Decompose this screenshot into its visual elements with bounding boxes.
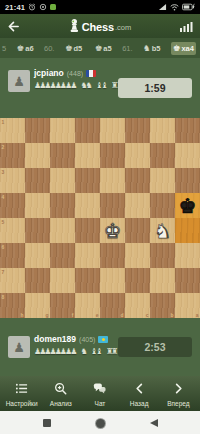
toolbar-label: Назад <box>130 400 149 407</box>
piece-white-knight: ♞ <box>150 218 175 243</box>
player-name-top: jcpiano <box>34 68 64 78</box>
player-card-top: ♟ jcpiano (448) ♟♟♟♟♟♟♟♟♞♞♝♝♜♜♛+3 1:59 <box>0 58 200 118</box>
country-flag-bottom <box>98 336 108 343</box>
square-b8[interactable]: b <box>150 293 175 318</box>
square-g6[interactable] <box>25 243 50 268</box>
square-f6[interactable] <box>50 243 75 268</box>
square-d1[interactable] <box>100 118 125 143</box>
rank-label: 1 <box>2 119 5 125</box>
square-a2[interactable] <box>175 143 200 168</box>
square-g5[interactable] <box>25 218 50 243</box>
square-e3[interactable] <box>75 168 100 193</box>
square-e8[interactable]: e <box>75 293 100 318</box>
square-c5[interactable] <box>125 218 150 243</box>
pawn-logo-icon <box>69 19 80 34</box>
square-e1[interactable] <box>75 118 100 143</box>
player-rating-bottom: (405) <box>79 336 95 343</box>
game-toolbar: НастройкиАнализЧатНазадВперед <box>0 376 200 411</box>
square-d3[interactable] <box>100 168 125 193</box>
avatar-pawn-icon: ♟ <box>13 341 25 354</box>
move-piece-icon: ♚ <box>17 43 25 53</box>
toolbar-label: Вперед <box>167 400 189 407</box>
square-h2[interactable]: 2 <box>0 143 25 168</box>
square-a7[interactable] <box>175 268 200 293</box>
square-e5[interactable] <box>75 218 100 243</box>
square-d7[interactable] <box>100 268 125 293</box>
player-rating-top: (448) <box>67 70 83 77</box>
forward-icon <box>172 381 185 399</box>
recents-button[interactable] <box>43 419 51 427</box>
move-text: xa4 <box>181 44 194 53</box>
toolbar-item-settings[interactable]: Настройки <box>3 381 41 407</box>
player-card-bottom: ♟ domen189 (405) ♟♟♟♟♟♟♟♟♞♝♝♜♜♛ 2:53 <box>0 318 200 376</box>
square-f1[interactable] <box>50 118 75 143</box>
square-h6[interactable]: 6 <box>0 243 25 268</box>
square-b1[interactable] <box>150 118 175 143</box>
status-time: 21:41 <box>5 3 25 12</box>
move-piece-icon: ♚ <box>173 43 181 53</box>
square-b3[interactable] <box>150 168 175 193</box>
captured-group-p: ♟♟♟♟♟♟♟♟ <box>34 347 77 356</box>
captured-group-p: ♟♟♟♟♟♟♟♟ <box>34 81 77 90</box>
square-f2[interactable] <box>50 143 75 168</box>
wifi-icon <box>170 3 179 11</box>
square-b6[interactable] <box>150 243 175 268</box>
move-entry[interactable]: ♞b5 <box>141 42 162 55</box>
rank-label: 3 <box>2 169 5 175</box>
back-icon <box>133 381 146 399</box>
square-g1[interactable] <box>25 118 50 143</box>
move-piece-icon: ♚ <box>65 43 73 53</box>
chat-icon <box>93 381 106 399</box>
back-arrow-icon <box>7 20 20 33</box>
country-flag-top <box>86 70 96 77</box>
move-number: 61. <box>122 44 132 53</box>
chesscom-logo: Chess .com <box>69 19 131 34</box>
move-text: a6 <box>25 44 33 53</box>
square-f8[interactable]: f <box>50 293 75 318</box>
square-c6[interactable] <box>125 243 150 268</box>
square-h1[interactable]: 1 <box>0 118 25 143</box>
current-move[interactable]: ♚xa4 <box>171 42 196 55</box>
square-c2[interactable] <box>125 143 150 168</box>
square-c7[interactable] <box>125 268 150 293</box>
settings-icon <box>15 381 28 399</box>
move-number: 5 <box>2 44 6 53</box>
square-f5[interactable] <box>50 218 75 243</box>
square-g3[interactable] <box>25 168 50 193</box>
battery-icon <box>182 3 195 11</box>
rank-label: 8 <box>2 294 5 300</box>
square-h3[interactable]: 3 <box>0 168 25 193</box>
app-indicator-icon <box>50 4 56 10</box>
square-f7[interactable] <box>50 268 75 293</box>
square-c4[interactable] <box>125 193 150 218</box>
signal-icon <box>158 3 167 11</box>
toolbar-label: Настройки <box>6 400 38 407</box>
move-piece-icon: ♞ <box>143 43 151 53</box>
app-header: Chess .com <box>0 14 200 38</box>
move-text: a5 <box>103 44 111 53</box>
move-piece-icon: ♚ <box>95 43 103 53</box>
square-f3[interactable] <box>50 168 75 193</box>
captured-group-r: ♜♜ <box>106 347 118 356</box>
player-clock-bottom: 2:53 <box>118 337 192 357</box>
rank-label: 7 <box>2 269 5 275</box>
chess-board: 1234♚5♚♞678hgfedcba <box>0 118 200 318</box>
player-clock-top: 1:59 <box>118 78 192 98</box>
move-text: d5 <box>74 44 83 53</box>
rank-label: 5 <box>2 219 5 225</box>
square-a1[interactable] <box>175 118 200 143</box>
square-a5[interactable] <box>175 218 200 243</box>
status-bar: 21:41 <box>0 0 200 14</box>
square-e4[interactable] <box>75 193 100 218</box>
toolbar-label: Анализ <box>50 400 72 407</box>
square-d5[interactable]: ♚ <box>100 218 125 243</box>
alarm-icon <box>28 3 36 11</box>
square-h7[interactable]: 7 <box>0 268 25 293</box>
connection-strength-icon <box>180 21 193 32</box>
square-g8[interactable]: g <box>25 293 50 318</box>
rank-label: 2 <box>2 144 5 150</box>
android-back-button[interactable] <box>150 419 158 427</box>
move-text: b5 <box>152 44 161 53</box>
captured-group-n: ♞♞ <box>80 81 92 90</box>
square-e2[interactable] <box>75 143 100 168</box>
square-c3[interactable] <box>125 168 150 193</box>
square-g7[interactable] <box>25 268 50 293</box>
captured-group-n: ♞ <box>80 347 87 356</box>
toolbar-item-back[interactable]: Назад <box>120 381 158 407</box>
square-d2[interactable] <box>100 143 125 168</box>
move-list-bar: 5♚a660.♚d5♚a561.♞b5♚xa4 <box>0 38 200 58</box>
rank-label: 6 <box>2 244 5 250</box>
square-h8[interactable]: 8h <box>0 293 25 318</box>
square-a3[interactable] <box>175 168 200 193</box>
square-c1[interactable] <box>125 118 150 143</box>
square-a4[interactable]: ♚ <box>175 193 200 218</box>
move-entry[interactable]: ♚a5 <box>93 42 114 55</box>
move-number: 60. <box>44 44 54 53</box>
logo-text-com: .com <box>115 23 131 32</box>
back-button[interactable] <box>7 20 20 33</box>
home-button[interactable] <box>96 419 105 428</box>
notification-icon <box>39 3 47 11</box>
player-name-bottom: domen189 <box>34 334 76 344</box>
square-f4[interactable] <box>50 193 75 218</box>
rank-label: 4 <box>2 194 5 200</box>
square-b5[interactable]: ♞ <box>150 218 175 243</box>
square-d8[interactable]: d <box>100 293 125 318</box>
square-d4[interactable] <box>100 193 125 218</box>
square-b7[interactable] <box>150 268 175 293</box>
square-g2[interactable] <box>25 143 50 168</box>
square-e6[interactable] <box>75 243 100 268</box>
square-d6[interactable] <box>100 243 125 268</box>
toolbar-item-forward[interactable]: Вперед <box>159 381 197 407</box>
square-e7[interactable] <box>75 268 100 293</box>
captured-group-b: ♝♝ <box>96 81 108 90</box>
square-a6[interactable] <box>175 243 200 268</box>
square-h5[interactable]: 5 <box>0 218 25 243</box>
avatar-top[interactable]: ♟ <box>8 70 30 92</box>
square-c8[interactable]: c <box>125 293 150 318</box>
square-b4[interactable] <box>150 193 175 218</box>
android-nav-bar <box>0 411 200 434</box>
analysis-icon <box>54 381 67 399</box>
avatar-pawn-icon: ♟ <box>13 75 25 88</box>
piece-black-king: ♚ <box>175 193 200 218</box>
toolbar-item-analysis[interactable]: Анализ <box>42 381 80 407</box>
piece-white-king: ♚ <box>100 218 125 243</box>
logo-text-chess: Chess <box>82 20 114 32</box>
square-g4[interactable] <box>25 193 50 218</box>
move-entry[interactable]: ♚a6 <box>15 42 36 55</box>
captured-group-b: ♝♝ <box>91 347 103 356</box>
toolbar-label: Чат <box>95 400 106 407</box>
move-entry[interactable]: ♚d5 <box>63 42 84 55</box>
square-a8[interactable]: a <box>175 293 200 318</box>
phone-screen: 21:41 Ch <box>0 0 200 434</box>
square-b2[interactable] <box>150 143 175 168</box>
toolbar-item-chat[interactable]: Чат <box>81 381 119 407</box>
square-h4[interactable]: 4 <box>0 193 25 218</box>
avatar-bottom[interactable]: ♟ <box>8 336 30 358</box>
